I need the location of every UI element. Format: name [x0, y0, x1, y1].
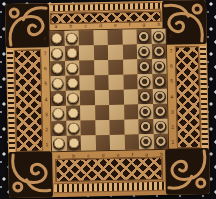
square-a2[interactable]: [51, 121, 66, 136]
square-b7[interactable]: [64, 46, 79, 61]
coordinate-label-file: b: [69, 23, 72, 29]
checker-dark-h4[interactable]: [154, 90, 166, 102]
square-d2[interactable]: [95, 120, 110, 135]
square-f2[interactable]: [124, 119, 139, 134]
square-g6[interactable]: [137, 59, 152, 74]
checker-light-a7[interactable]: [51, 47, 63, 59]
checker-light-b6[interactable]: [66, 62, 78, 74]
square-d7[interactable]: [93, 45, 108, 60]
square-e7[interactable]: [108, 45, 123, 60]
checker-light-a3[interactable]: [52, 107, 64, 119]
square-c1[interactable]: [81, 135, 96, 150]
scroll-carving-corner-bottom-right-icon: [165, 148, 210, 195]
checker-light-b1[interactable]: [68, 137, 80, 149]
coordinate-label-rank: 1: [171, 139, 174, 145]
square-f5[interactable]: [123, 74, 138, 89]
coordinate-label-file: b: [72, 153, 75, 159]
coordinate-label-rank: 5: [170, 78, 173, 84]
coordinate-label-rank: 8: [169, 32, 172, 38]
square-e5[interactable]: [108, 75, 123, 90]
square-g4[interactable]: [138, 89, 153, 104]
square-b8[interactable]: [64, 31, 79, 46]
coordinate-label-file: e: [117, 152, 120, 158]
square-a1[interactable]: [52, 136, 67, 151]
square-h2[interactable]: [153, 119, 168, 134]
coordinate-label-rank: 8: [43, 35, 46, 41]
frame-lattice-right: [175, 46, 201, 148]
square-h3[interactable]: [153, 104, 168, 119]
coordinate-label-rank: 6: [170, 63, 173, 69]
square-b1[interactable]: [66, 136, 81, 151]
frame-slats-bottom: [54, 181, 165, 193]
square-g7[interactable]: [137, 44, 152, 59]
coordinate-label-rank: 4: [171, 93, 174, 99]
square-a8[interactable]: [50, 31, 65, 46]
square-h8[interactable]: [151, 29, 166, 44]
square-a6[interactable]: [50, 61, 65, 76]
square-b4[interactable]: [65, 91, 80, 106]
coordinate-label-rank: 4: [45, 96, 48, 102]
square-h7[interactable]: [151, 44, 166, 59]
checker-light-a2[interactable]: [53, 122, 65, 134]
checker-dark-g7[interactable]: [138, 46, 150, 58]
square-b6[interactable]: [65, 61, 80, 76]
frame-slats-right: [200, 46, 208, 148]
checker-dark-g4[interactable]: [139, 91, 151, 103]
coordinate-label-rank: 7: [170, 48, 173, 54]
coordinate-label-file: d: [102, 152, 105, 158]
checker-light-b3[interactable]: [67, 107, 79, 119]
square-d4[interactable]: [94, 90, 109, 105]
frame-lattice-bottom: [55, 157, 162, 182]
checker-dark-h6[interactable]: [153, 60, 165, 72]
coordinate-label-file: g: [143, 21, 146, 27]
square-g1[interactable]: [139, 134, 154, 149]
checker-dark-g5[interactable]: [139, 76, 151, 88]
checker-dark-g1[interactable]: [140, 136, 152, 148]
square-e6[interactable]: [108, 60, 123, 75]
checker-dark-g3[interactable]: [139, 106, 151, 118]
square-d6[interactable]: [94, 60, 109, 75]
square-f8[interactable]: [122, 29, 137, 44]
coordinate-label-file: f: [129, 22, 131, 28]
square-b5[interactable]: [65, 76, 80, 91]
square-c8[interactable]: [79, 30, 94, 45]
square-f7[interactable]: [122, 44, 137, 59]
coordinate-label-file: d: [99, 22, 102, 28]
checker-light-b5[interactable]: [66, 77, 78, 89]
checker-dark-h8[interactable]: [152, 30, 164, 42]
coordinate-label-file: c: [84, 22, 87, 28]
square-c2[interactable]: [80, 120, 95, 135]
coordinate-label-file: f: [132, 151, 134, 157]
checker-dark-h2[interactable]: [154, 120, 166, 132]
coordinate-label-rank: 3: [171, 108, 174, 114]
checker-light-b8[interactable]: [65, 32, 77, 44]
coordinate-label-rank: 7: [44, 50, 47, 56]
coordinate-label-file: a: [54, 23, 57, 29]
square-e4[interactable]: [109, 90, 124, 105]
coordinate-label-rank: 3: [45, 111, 48, 117]
checker-light-a6[interactable]: [51, 62, 63, 74]
square-c6[interactable]: [79, 60, 94, 75]
coordinate-label-file: c: [87, 152, 90, 158]
square-h4[interactable]: [152, 89, 167, 104]
checker-dark-g6[interactable]: [138, 61, 150, 73]
square-d1[interactable]: [95, 135, 110, 150]
checker-light-b7[interactable]: [66, 47, 78, 59]
square-f6[interactable]: [123, 59, 138, 74]
coordinate-label-file: h: [160, 151, 163, 157]
scroll-carving-corner-bottom-left-icon: [8, 151, 53, 198]
square-g5[interactable]: [137, 74, 152, 89]
square-h6[interactable]: [152, 59, 167, 74]
coordinate-label-file: g: [145, 151, 148, 157]
square-a3[interactable]: [51, 106, 66, 121]
carved-wooden-board: abcdefgh abcdefgh 87654321 87654321: [5, 0, 210, 198]
square-e8[interactable]: [108, 30, 123, 45]
square-h1[interactable]: [153, 134, 168, 149]
square-g8[interactable]: [137, 29, 152, 44]
square-g2[interactable]: [138, 119, 153, 134]
checker-light-b2[interactable]: [67, 122, 79, 134]
checker-dark-h3[interactable]: [154, 105, 166, 117]
square-a5[interactable]: [51, 76, 66, 91]
checker-light-a4[interactable]: [52, 92, 64, 104]
checker-light-a5[interactable]: [52, 77, 64, 89]
square-c7[interactable]: [79, 45, 94, 60]
square-d3[interactable]: [95, 105, 110, 120]
coordinate-label-rank: 2: [45, 126, 48, 132]
square-b3[interactable]: [66, 106, 81, 121]
square-g3[interactable]: [138, 104, 153, 119]
coordinate-label-file: h: [157, 21, 160, 27]
square-d5[interactable]: [94, 75, 109, 90]
square-f4[interactable]: [123, 89, 138, 104]
square-e2[interactable]: [109, 120, 124, 135]
square-a7[interactable]: [50, 46, 65, 61]
coordinate-label-rank: 2: [171, 124, 174, 130]
square-a4[interactable]: [51, 91, 66, 106]
coordinate-label-rank: 1: [45, 142, 48, 148]
square-c4[interactable]: [80, 90, 95, 105]
coordinate-label-file: e: [114, 22, 117, 28]
square-e3[interactable]: [109, 105, 124, 120]
square-h5[interactable]: [152, 74, 167, 89]
checker-dark-g8[interactable]: [138, 31, 150, 43]
square-f1[interactable]: [124, 134, 139, 149]
coordinate-label-rank: 6: [44, 65, 47, 71]
square-c3[interactable]: [80, 105, 95, 120]
checker-dark-h1[interactable]: [155, 135, 167, 147]
checker-light-a1[interactable]: [53, 137, 65, 149]
coordinate-label-rank: 5: [44, 81, 47, 87]
checker-light-b4[interactable]: [67, 92, 79, 104]
photo-background-fabric: abcdefgh abcdefgh 87654321 87654321: [0, 0, 216, 199]
square-f3[interactable]: [124, 104, 139, 119]
square-c5[interactable]: [80, 75, 95, 90]
coordinate-label-file: a: [57, 153, 60, 159]
square-b2[interactable]: [66, 121, 81, 136]
checker-light-a8[interactable]: [51, 32, 63, 44]
square-d8[interactable]: [93, 30, 108, 45]
checker-dark-h5[interactable]: [153, 75, 165, 87]
square-e1[interactable]: [110, 135, 125, 150]
checker-dark-h7[interactable]: [153, 45, 165, 57]
playfield: [49, 28, 170, 152]
frame-lattice-left: [14, 49, 43, 152]
checker-dark-g2[interactable]: [140, 121, 152, 133]
